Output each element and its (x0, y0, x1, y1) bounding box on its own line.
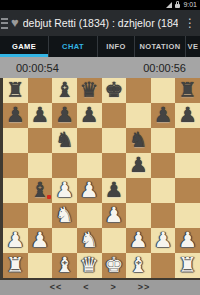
square-b5[interactable] (28, 153, 53, 178)
square-f1[interactable]: ♝ (126, 253, 151, 278)
white-knight: ♞ (55, 205, 74, 226)
white-pawn: ♟ (6, 230, 25, 251)
square-a1[interactable]: ♜ (3, 253, 28, 278)
square-a5[interactable] (3, 153, 28, 178)
tab-info[interactable]: INFO (97, 36, 134, 57)
game-title: debjut Retti (1834) : dzhjelor (184... (23, 17, 178, 29)
app-screen: 9:01 ♥ debjut Retti (1834) : dzhjelor (1… (0, 0, 200, 295)
square-d5[interactable] (77, 153, 102, 178)
status-bar: 9:01 (0, 0, 200, 10)
black-knight: ♞ (55, 130, 74, 151)
black-pawn: ♟ (55, 105, 74, 126)
square-b2[interactable]: ♟ (28, 228, 53, 253)
square-c8[interactable]: ♝ (52, 78, 77, 103)
menu-icon[interactable] (1, 18, 8, 29)
prev-move-button[interactable]: < (83, 280, 89, 295)
square-e5[interactable] (102, 153, 127, 178)
square-e3[interactable]: ♟ (102, 203, 127, 228)
white-bishop: ♝ (129, 255, 148, 276)
square-g8[interactable] (151, 78, 176, 103)
black-rook: ♜ (6, 80, 25, 101)
square-b3[interactable] (28, 203, 53, 228)
white-pawn: ♟ (154, 230, 173, 251)
black-pawn: ♟ (178, 105, 197, 126)
white-bishop: ♝ (55, 255, 74, 276)
next-move-button[interactable]: > (111, 280, 117, 295)
clock-bar: 00:00:54 00:00:56 (0, 57, 200, 78)
black-king: ♚ (104, 80, 123, 101)
black-queen: ♛ (80, 80, 99, 101)
square-c2[interactable] (52, 228, 77, 253)
square-c6[interactable]: ♞ (52, 128, 77, 153)
square-d3[interactable] (77, 203, 102, 228)
square-c3[interactable]: ♞ (52, 203, 77, 228)
tab-chat[interactable]: CHAT (48, 36, 97, 57)
square-d4[interactable]: ♟ (77, 178, 102, 203)
square-b7[interactable]: ♟ (28, 103, 53, 128)
clock-right: 00:00:56 (143, 62, 186, 74)
black-pawn: ♟ (80, 105, 99, 126)
app-icon: ♥ (11, 10, 19, 36)
square-g4[interactable] (151, 178, 176, 203)
white-pawn: ♟ (178, 230, 197, 251)
square-b1[interactable] (28, 253, 53, 278)
tab-ve[interactable]: VE (185, 36, 200, 57)
square-a8[interactable]: ♜ (3, 78, 28, 103)
square-a6[interactable] (3, 128, 28, 153)
white-queen: ♛ (80, 255, 99, 276)
square-c1[interactable]: ♝ (52, 253, 77, 278)
square-a2[interactable]: ♟ (3, 228, 28, 253)
square-e7[interactable] (102, 103, 127, 128)
square-f8[interactable] (126, 78, 151, 103)
tab-bar: GAME CHAT INFO NOTATION VE (0, 36, 200, 57)
white-king: ♚ (104, 255, 123, 276)
lock-icon (175, 4, 180, 8)
square-h3[interactable] (175, 203, 200, 228)
square-h8[interactable]: ♜ (175, 78, 200, 103)
square-e6[interactable] (102, 128, 127, 153)
white-pawn: ♟ (129, 230, 148, 251)
black-pawn: ♟ (31, 105, 50, 126)
square-h6[interactable] (175, 128, 200, 153)
square-a4[interactable] (3, 178, 28, 203)
square-f4[interactable] (126, 178, 151, 203)
square-g6[interactable] (151, 128, 176, 153)
overflow-menu-icon[interactable]: ⋮ (178, 16, 200, 30)
square-c7[interactable]: ♟ (52, 103, 77, 128)
square-f5[interactable]: ♟ (126, 153, 151, 178)
clock-left: 00:00:54 (16, 62, 59, 74)
square-a7[interactable]: ♟ (3, 103, 28, 128)
square-g5[interactable] (151, 153, 176, 178)
black-knight: ♞ (129, 130, 148, 151)
square-f3[interactable] (126, 203, 151, 228)
white-pawn: ♟ (31, 230, 50, 251)
white-rook: ♜ (178, 255, 197, 276)
square-h4[interactable] (175, 178, 200, 203)
board-grid: ♜♝♛♚♜♟♟♟♟♟♟♞♞♟♝♟♟♟♞♟♟♟♞♟♟♟♜♝♛♚♝♜ (3, 78, 200, 278)
square-f7[interactable] (126, 103, 151, 128)
chess-board: ♜♝♛♚♜♟♟♟♟♟♟♞♞♟♝♟♟♟♞♟♟♟♞♟♟♟♜♝♛♚♝♜ (0, 78, 200, 280)
square-g3[interactable] (151, 203, 176, 228)
tab-notation[interactable]: NOTATION (134, 36, 185, 57)
square-e4[interactable]: ♟ (102, 178, 127, 203)
white-pawn: ♟ (80, 180, 99, 201)
square-g7[interactable]: ♟ (151, 103, 176, 128)
square-a3[interactable] (3, 203, 28, 228)
white-rook: ♜ (6, 255, 25, 276)
square-c4[interactable]: ♟ (52, 178, 77, 203)
first-move-button[interactable]: << (50, 280, 63, 295)
black-bishop: ♝ (55, 80, 74, 101)
move-marker (47, 195, 51, 199)
action-bar: ♥ debjut Retti (1834) : dzhjelor (184...… (0, 10, 200, 36)
white-knight: ♞ (80, 230, 99, 251)
square-e1[interactable]: ♚ (102, 253, 127, 278)
black-pawn: ♟ (104, 180, 123, 201)
status-time: 9:01 (183, 0, 197, 10)
square-d2[interactable]: ♞ (77, 228, 102, 253)
square-g1[interactable] (151, 253, 176, 278)
square-h5[interactable] (175, 153, 200, 178)
black-pawn: ♟ (154, 105, 173, 126)
square-d6[interactable] (77, 128, 102, 153)
last-move-button[interactable]: >> (138, 280, 151, 295)
square-h2[interactable]: ♟ (175, 228, 200, 253)
square-h7[interactable]: ♟ (175, 103, 200, 128)
square-f2[interactable]: ♟ (126, 228, 151, 253)
square-h1[interactable]: ♜ (175, 253, 200, 278)
square-d7[interactable]: ♟ (77, 103, 102, 128)
square-f6[interactable]: ♞ (126, 128, 151, 153)
black-rook: ♜ (178, 80, 197, 101)
square-e8[interactable]: ♚ (102, 78, 127, 103)
square-b4[interactable]: ♝ (28, 178, 53, 203)
signal-icon (166, 2, 172, 8)
white-pawn: ♟ (55, 180, 74, 201)
move-nav-bar: << < > >> (0, 280, 200, 295)
square-d1[interactable]: ♛ (77, 253, 102, 278)
square-g2[interactable]: ♟ (151, 228, 176, 253)
white-pawn: ♟ (104, 205, 123, 226)
square-c5[interactable] (52, 153, 77, 178)
black-pawn: ♟ (6, 105, 25, 126)
square-d8[interactable]: ♛ (77, 78, 102, 103)
square-b8[interactable] (28, 78, 53, 103)
tab-game[interactable]: GAME (0, 36, 48, 57)
square-e2[interactable] (102, 228, 127, 253)
black-pawn: ♟ (129, 155, 148, 176)
square-b6[interactable] (28, 128, 53, 153)
